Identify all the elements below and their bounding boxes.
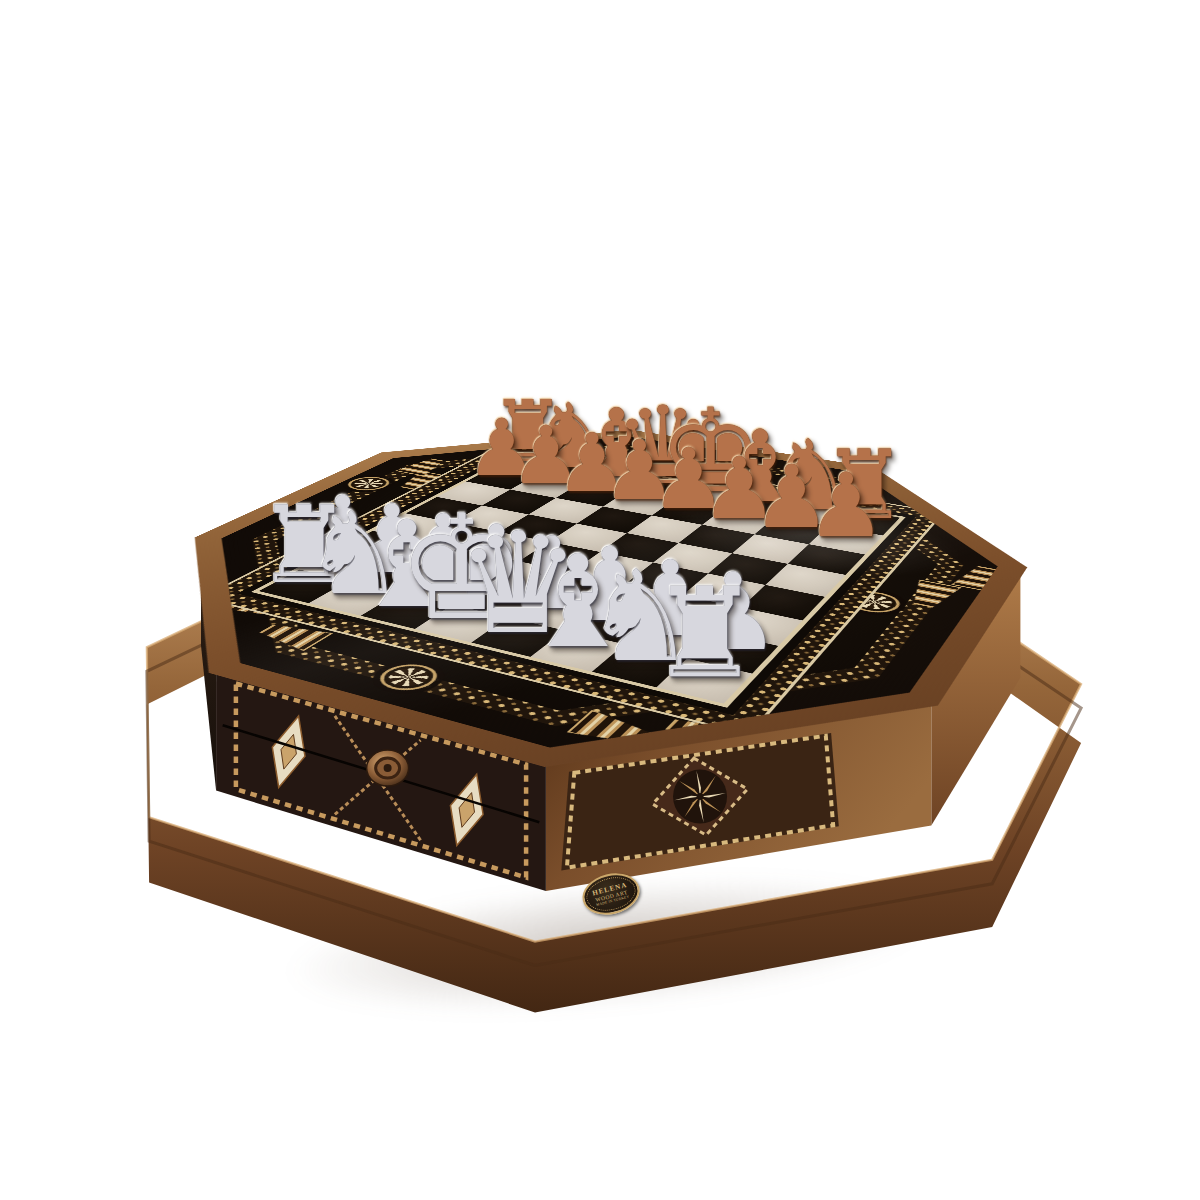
- piece-white-rook-h1[interactable]: ♜: [625, 572, 785, 696]
- product-photo: HELENA WOOD ART MADE IN TURKEY ♜♞♟♝♟♛♟♚♟…: [0, 0, 1200, 1200]
- drawer-knob-center: [384, 764, 392, 772]
- piece-black-pawn-h7[interactable]: ♟: [766, 462, 926, 550]
- medallion-star-center: [697, 793, 704, 800]
